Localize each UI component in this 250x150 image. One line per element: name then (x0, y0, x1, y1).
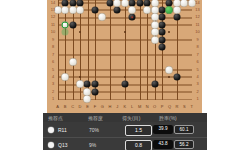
column-letter-label: P (161, 104, 164, 109)
row-number-label: 8 (193, 45, 202, 49)
row-number-label: 11 (193, 23, 202, 27)
black-stone (69, 21, 76, 28)
black-stone (129, 14, 136, 21)
white-stone (173, 6, 180, 13)
white-stone (151, 6, 158, 13)
column-letter-label: R (175, 104, 178, 109)
board-grid[interactable] (58, 0, 193, 100)
ai-variation-ghost-stone (62, 29, 69, 36)
column-letter-label: Q (168, 104, 171, 109)
row-number-label: 2 (49, 90, 58, 94)
white-stone (151, 36, 158, 43)
white-stone (151, 29, 158, 36)
row-number-label: 2 (193, 90, 202, 94)
white-stone-icon (48, 142, 54, 148)
black-stone (151, 81, 158, 88)
white-stone (69, 59, 76, 66)
black-winrate: 39.9 (153, 125, 173, 134)
candidate-row[interactable]: R11 70% 1.5 39.9 60.1 (43, 123, 207, 136)
column-letter-label: H (108, 104, 111, 109)
row-number-label: 1 (49, 97, 58, 101)
column-letter-label: M (138, 104, 141, 109)
candidate-rate: 9% (89, 142, 96, 148)
row-number-label: 1 (193, 97, 202, 101)
white-stone (144, 6, 151, 13)
row-number-label: 12 (193, 15, 202, 19)
ai-suggested-move-stone (166, 6, 173, 13)
black-stone (69, 0, 76, 6)
black-stone (91, 81, 98, 88)
row-number-label: 5 (193, 68, 202, 72)
score-box: 1.5 (125, 125, 152, 136)
header-winrate: 胜率(%) (159, 115, 177, 121)
row-number-label: 3 (49, 82, 58, 86)
black-stone (77, 0, 84, 6)
white-stone-last-move (62, 21, 69, 28)
row-number-label: 10 (193, 30, 202, 34)
row-number-label: 9 (193, 38, 202, 42)
star-point (124, 31, 126, 33)
candidate-rate: 70% (89, 127, 99, 133)
black-stone (136, 0, 143, 6)
row-number-label: 5 (49, 68, 58, 72)
go-analysis-app: 1413121110987654321 1413121110987654321 … (0, 0, 250, 150)
candidate-row[interactable]: Q13 9% 0.8 43.8 56.2 (43, 137, 207, 150)
white-winrate: 56.2 (174, 140, 194, 149)
row-number-label: 12 (49, 15, 58, 19)
score-box: 0.8 (125, 140, 152, 150)
star-point (79, 31, 81, 33)
white-stone (173, 0, 180, 6)
white-stone (181, 0, 188, 6)
row-number-label: 7 (49, 53, 58, 57)
white-stone (77, 81, 84, 88)
white-stone (151, 14, 158, 21)
row-number-label: 4 (193, 75, 202, 79)
row-number-label: 11 (49, 23, 58, 27)
row-number-label: 8 (49, 45, 58, 49)
row-number-label: 4 (49, 75, 58, 79)
white-stone (84, 96, 91, 103)
header-rate: 推荐度 (88, 115, 103, 121)
black-stone (158, 36, 165, 43)
column-letter-label: L (131, 104, 133, 109)
star-point (79, 76, 81, 78)
column-letter-label: K (123, 104, 126, 109)
row-number-label: 6 (49, 60, 58, 64)
black-stone (158, 21, 165, 28)
column-letter-label: T (191, 104, 193, 109)
star-point (124, 76, 126, 78)
black-stone (158, 29, 165, 36)
column-letter-label: A (56, 104, 59, 109)
black-stone (158, 44, 165, 51)
ai-candidate-panel: 推荐点 推荐度 得失(目) 胜率(%) R11 70% 1.5 39.9 60.… (43, 113, 207, 150)
candidate-point: R11 (58, 127, 67, 133)
black-stone (106, 0, 113, 6)
row-number-label: 14 (193, 1, 202, 5)
white-stone (151, 0, 158, 6)
black-stone (62, 0, 69, 6)
column-letter-label: J (116, 104, 118, 109)
white-stone (62, 6, 69, 13)
star-point (168, 31, 170, 33)
black-stone (121, 81, 128, 88)
column-letter-label: B (64, 104, 67, 109)
star-point (168, 76, 170, 78)
row-number-label: 13 (49, 8, 58, 12)
white-stone (77, 6, 84, 13)
white-stone (121, 0, 128, 6)
row-number-label: 10 (49, 30, 58, 34)
black-stone (91, 88, 98, 95)
black-stone (158, 6, 165, 13)
black-stone (173, 74, 180, 81)
column-coordinates: ABCDEFGHJKLMNOPQRST (58, 104, 193, 112)
white-stone (69, 6, 76, 13)
white-stone (84, 88, 91, 95)
white-winrate: 60.1 (174, 125, 194, 134)
column-letter-label: E (86, 104, 89, 109)
go-board[interactable]: 1413121110987654321 1413121110987654321 … (47, 0, 202, 113)
white-stone (151, 21, 158, 28)
black-stone (114, 6, 121, 13)
black-stone (173, 14, 180, 21)
row-number-label: 9 (49, 38, 58, 42)
column-letter-label: N (146, 104, 149, 109)
column-letter-label: O (153, 104, 156, 109)
column-letter-label: G (101, 104, 104, 109)
white-stone (114, 0, 121, 6)
row-number-label: 13 (193, 8, 202, 12)
header-point: 推荐点 (48, 115, 63, 121)
black-stone (158, 14, 165, 21)
white-stone (99, 14, 106, 21)
black-winrate: 43.8 (153, 140, 173, 149)
table-header: 推荐点 推荐度 得失(目) 胜率(%) (43, 113, 207, 122)
column-letter-label: F (94, 104, 96, 109)
white-stone (129, 6, 136, 13)
black-stone (91, 6, 98, 13)
row-number-label: 3 (193, 82, 202, 86)
black-stone (144, 0, 151, 6)
row-number-label: 6 (193, 60, 202, 64)
header-score: 得失(目) (122, 115, 140, 121)
row-number-label: 7 (193, 53, 202, 57)
black-stone (84, 81, 91, 88)
white-stone (166, 66, 173, 73)
white-stone-icon (48, 127, 54, 133)
black-stone (166, 0, 173, 6)
column-letter-label: C (71, 104, 74, 109)
black-stone (129, 0, 136, 6)
white-stone (62, 74, 69, 81)
candidate-point: Q13 (58, 142, 67, 148)
column-letter-label: S (183, 104, 186, 109)
column-letter-label: D (79, 104, 82, 109)
row-number-label: 14 (49, 1, 58, 5)
last-move-red-dot (131, 16, 134, 19)
